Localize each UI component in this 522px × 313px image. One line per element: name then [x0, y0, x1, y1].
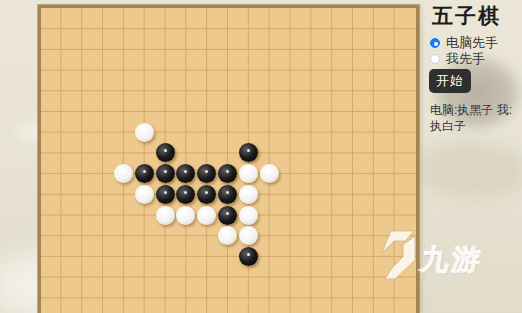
black-stone: [135, 164, 154, 183]
black-stone: [156, 185, 175, 204]
radio-selected-icon[interactable]: [430, 38, 440, 48]
gomoku-board[interactable]: [38, 5, 419, 313]
black-stone: [218, 164, 237, 183]
white-stone: [197, 206, 216, 225]
white-stone: [156, 206, 175, 225]
radio-unselected-icon[interactable]: [430, 54, 440, 64]
black-stone: [197, 185, 216, 204]
radio-me-first-label: 我先手: [446, 50, 485, 68]
black-stone: [156, 143, 175, 162]
radio-me-first[interactable]: 我先手: [430, 50, 485, 68]
white-stone: [114, 164, 133, 183]
background-mountains: [418, 142, 522, 197]
white-stone: [239, 206, 258, 225]
board-grid: [41, 8, 416, 313]
black-stone: [156, 164, 175, 183]
black-stone: [218, 206, 237, 225]
start-button[interactable]: 开始: [429, 69, 471, 93]
info-text: 电脑:执黑子 我:执白子: [430, 102, 522, 134]
white-stone: [260, 164, 279, 183]
white-stone: [239, 226, 258, 245]
black-stone: [176, 185, 195, 204]
white-stone: [239, 164, 258, 183]
watermark-text: 九游: [418, 241, 485, 279]
black-stone: [239, 247, 258, 266]
white-stone: [135, 185, 154, 204]
white-stone: [176, 206, 195, 225]
page-title: 五子棋: [432, 5, 501, 27]
white-stone: [135, 123, 154, 142]
white-stone: [239, 185, 258, 204]
black-stone: [218, 185, 237, 204]
gomoku-app: 五子棋 电脑先手 我先手 开始 电脑:执黑子 我:执白子 九游: [0, 0, 522, 313]
